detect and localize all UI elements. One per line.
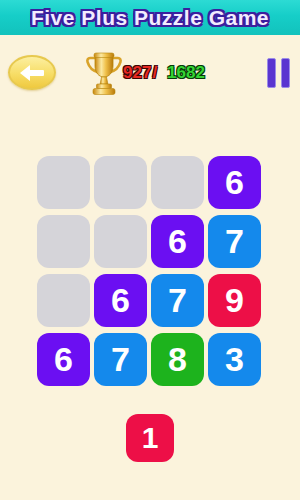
empty-cell-r2c1[interactable]	[37, 215, 90, 268]
tile-7-r3c3[interactable]: 7	[151, 274, 204, 327]
score-target: 1682	[167, 63, 205, 82]
pause-icon	[281, 58, 290, 88]
empty-cell-r1c1[interactable]	[37, 156, 90, 209]
pause-button[interactable]	[267, 58, 290, 88]
tile-6-r2c3[interactable]: 6	[151, 215, 204, 268]
pause-icon	[267, 58, 276, 88]
board: 6676796783	[37, 156, 261, 386]
score-separator: /	[152, 63, 157, 82]
tile-9-r3c4[interactable]: 9	[208, 274, 261, 327]
header-bar: Five Plus Puzzle Game	[0, 0, 300, 35]
next-tile[interactable]: 1	[126, 414, 174, 462]
tile-6-r3c2[interactable]: 6	[94, 274, 147, 327]
tile-3-r4c4[interactable]: 3	[208, 333, 261, 386]
back-button[interactable]	[8, 55, 56, 90]
score-display: 927/1682	[123, 63, 205, 83]
empty-cell-r3c1[interactable]	[37, 274, 90, 327]
score-current: 927	[123, 63, 151, 82]
empty-cell-r1c2[interactable]	[94, 156, 147, 209]
tile-6-r4c1[interactable]: 6	[37, 333, 90, 386]
trophy-icon	[85, 50, 123, 98]
tile-8-r4c3[interactable]: 8	[151, 333, 204, 386]
empty-cell-r2c2[interactable]	[94, 215, 147, 268]
tile-6-r1c4[interactable]: 6	[208, 156, 261, 209]
game-screen: Five Plus Puzzle Game 927/1682 667679678…	[0, 0, 300, 500]
empty-cell-r1c3[interactable]	[151, 156, 204, 209]
tile-7-r2c4[interactable]: 7	[208, 215, 261, 268]
page-title: Five Plus Puzzle Game	[31, 6, 269, 30]
tile-7-r4c2[interactable]: 7	[94, 333, 147, 386]
back-arrow-icon	[20, 65, 44, 81]
